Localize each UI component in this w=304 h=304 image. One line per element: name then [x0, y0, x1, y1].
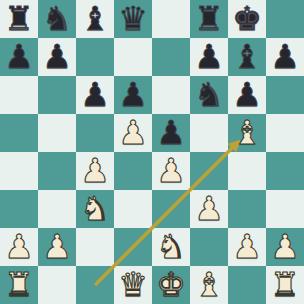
white-pawn[interactable]: ♟: [270, 230, 300, 263]
square-b2[interactable]: ♟: [38, 228, 76, 266]
square-h5[interactable]: [266, 114, 304, 152]
black-pawn[interactable]: ♟: [232, 78, 262, 111]
white-rook[interactable]: ♜: [270, 268, 300, 301]
square-b6[interactable]: [38, 76, 76, 114]
square-a4[interactable]: [0, 152, 38, 190]
black-knight[interactable]: ♞: [194, 78, 224, 111]
square-e1[interactable]: ♚: [152, 266, 190, 304]
square-f5[interactable]: [190, 114, 228, 152]
square-d2[interactable]: [114, 228, 152, 266]
square-g6[interactable]: ♟: [228, 76, 266, 114]
square-g5[interactable]: ♝: [228, 114, 266, 152]
square-e3[interactable]: [152, 190, 190, 228]
square-g7[interactable]: ♝: [228, 38, 266, 76]
black-knight[interactable]: ♞: [42, 2, 72, 35]
white-pawn[interactable]: ♟: [80, 154, 110, 187]
square-d7[interactable]: [114, 38, 152, 76]
square-h7[interactable]: ♟: [266, 38, 304, 76]
white-pawn[interactable]: ♟: [118, 116, 148, 149]
square-f6[interactable]: ♞: [190, 76, 228, 114]
square-h8[interactable]: [266, 0, 304, 38]
black-rook[interactable]: ♜: [4, 2, 34, 35]
black-pawn[interactable]: ♟: [156, 116, 186, 149]
square-b3[interactable]: [38, 190, 76, 228]
square-a2[interactable]: ♟: [0, 228, 38, 266]
square-f1[interactable]: ♝: [190, 266, 228, 304]
square-c3[interactable]: ♞: [76, 190, 114, 228]
square-b8[interactable]: ♞: [38, 0, 76, 38]
black-bishop[interactable]: ♝: [232, 40, 262, 73]
square-d8[interactable]: ♛: [114, 0, 152, 38]
square-g4[interactable]: [228, 152, 266, 190]
square-h4[interactable]: [266, 152, 304, 190]
square-e6[interactable]: [152, 76, 190, 114]
square-d1[interactable]: ♛: [114, 266, 152, 304]
square-a8[interactable]: ♜: [0, 0, 38, 38]
square-c4[interactable]: ♟: [76, 152, 114, 190]
square-d6[interactable]: ♟: [114, 76, 152, 114]
white-pawn[interactable]: ♟: [4, 230, 34, 263]
square-h1[interactable]: ♜: [266, 266, 304, 304]
square-c1[interactable]: [76, 266, 114, 304]
white-rook[interactable]: ♜: [4, 268, 34, 301]
black-pawn[interactable]: ♟: [80, 78, 110, 111]
square-b1[interactable]: [38, 266, 76, 304]
black-rook[interactable]: ♜: [194, 2, 224, 35]
black-pawn[interactable]: ♟: [118, 78, 148, 111]
white-pawn[interactable]: ♟: [232, 230, 262, 263]
black-bishop[interactable]: ♝: [80, 2, 110, 35]
white-queen[interactable]: ♛: [118, 268, 148, 301]
black-pawn[interactable]: ♟: [4, 40, 34, 73]
square-e8[interactable]: [152, 0, 190, 38]
square-d3[interactable]: [114, 190, 152, 228]
square-f4[interactable]: [190, 152, 228, 190]
square-e7[interactable]: [152, 38, 190, 76]
square-a5[interactable]: [0, 114, 38, 152]
white-bishop[interactable]: ♝: [194, 268, 224, 301]
square-f3[interactable]: ♟: [190, 190, 228, 228]
square-c8[interactable]: ♝: [76, 0, 114, 38]
square-a1[interactable]: ♜: [0, 266, 38, 304]
square-e2[interactable]: ♞: [152, 228, 190, 266]
square-a6[interactable]: [0, 76, 38, 114]
square-g1[interactable]: [228, 266, 266, 304]
square-b7[interactable]: ♟: [38, 38, 76, 76]
square-f2[interactable]: [190, 228, 228, 266]
white-pawn[interactable]: ♟: [42, 230, 72, 263]
square-a7[interactable]: ♟: [0, 38, 38, 76]
square-g8[interactable]: ♚: [228, 0, 266, 38]
black-pawn[interactable]: ♟: [270, 40, 300, 73]
square-f7[interactable]: ♟: [190, 38, 228, 76]
white-king[interactable]: ♚: [156, 268, 186, 301]
square-b5[interactable]: [38, 114, 76, 152]
square-c2[interactable]: [76, 228, 114, 266]
square-c7[interactable]: [76, 38, 114, 76]
square-c5[interactable]: [76, 114, 114, 152]
square-a3[interactable]: [0, 190, 38, 228]
board-grid: ♜♞♝♛♜♚♟♟♟♝♟♟♟♞♟♟♟♝♟♟♞♟♟♟♞♟♟♜♛♚♝♜: [0, 0, 304, 304]
square-h6[interactable]: [266, 76, 304, 114]
black-king[interactable]: ♚: [232, 2, 262, 35]
white-pawn[interactable]: ♟: [156, 154, 186, 187]
square-h3[interactable]: [266, 190, 304, 228]
square-e5[interactable]: ♟: [152, 114, 190, 152]
black-queen[interactable]: ♛: [118, 2, 148, 35]
square-g2[interactable]: ♟: [228, 228, 266, 266]
black-pawn[interactable]: ♟: [194, 40, 224, 73]
white-knight[interactable]: ♞: [156, 230, 186, 263]
black-pawn[interactable]: ♟: [42, 40, 72, 73]
square-d4[interactable]: [114, 152, 152, 190]
square-e4[interactable]: ♟: [152, 152, 190, 190]
square-h2[interactable]: ♟: [266, 228, 304, 266]
square-d5[interactable]: ♟: [114, 114, 152, 152]
chess-board: ♜♞♝♛♜♚♟♟♟♝♟♟♟♞♟♟♟♝♟♟♞♟♟♟♞♟♟♜♛♚♝♜: [0, 0, 304, 304]
white-knight[interactable]: ♞: [80, 192, 110, 225]
white-bishop[interactable]: ♝: [232, 116, 262, 149]
square-c6[interactable]: ♟: [76, 76, 114, 114]
square-b4[interactable]: [38, 152, 76, 190]
square-g3[interactable]: [228, 190, 266, 228]
square-f8[interactable]: ♜: [190, 0, 228, 38]
white-pawn[interactable]: ♟: [194, 192, 224, 225]
